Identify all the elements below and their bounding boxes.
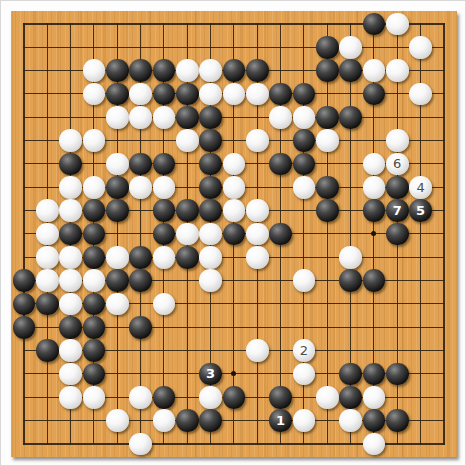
intersection[interactable] xyxy=(292,12,315,35)
black-stone[interactable] xyxy=(106,59,129,82)
intersection[interactable] xyxy=(152,316,175,339)
intersection[interactable] xyxy=(152,386,175,409)
intersection[interactable] xyxy=(222,199,245,222)
intersection[interactable] xyxy=(82,316,105,339)
intersection[interactable] xyxy=(129,129,152,152)
intersection[interactable] xyxy=(316,36,339,59)
intersection[interactable] xyxy=(222,82,245,105)
intersection[interactable] xyxy=(432,199,455,222)
intersection[interactable] xyxy=(106,222,129,245)
black-stone[interactable] xyxy=(153,386,176,409)
white-stone[interactable] xyxy=(199,83,222,106)
black-stone[interactable] xyxy=(129,246,152,269)
intersection[interactable] xyxy=(176,269,199,292)
black-stone[interactable] xyxy=(363,269,386,292)
intersection[interactable] xyxy=(199,199,222,222)
white-stone[interactable] xyxy=(199,246,222,269)
intersection[interactable] xyxy=(176,152,199,175)
intersection[interactable] xyxy=(82,246,105,269)
white-stone[interactable] xyxy=(293,176,316,199)
black-stone[interactable] xyxy=(106,199,129,222)
white-stone[interactable] xyxy=(246,83,269,106)
black-stone[interactable] xyxy=(83,293,106,316)
white-stone[interactable] xyxy=(293,106,316,129)
intersection[interactable] xyxy=(246,386,269,409)
intersection[interactable] xyxy=(246,199,269,222)
white-stone[interactable] xyxy=(106,153,129,176)
intersection[interactable] xyxy=(362,386,385,409)
black-stone[interactable] xyxy=(339,363,362,386)
white-stone[interactable] xyxy=(316,129,339,152)
intersection[interactable] xyxy=(59,409,82,432)
intersection[interactable] xyxy=(176,82,199,105)
black-stone[interactable] xyxy=(153,199,176,222)
black-stone[interactable] xyxy=(363,199,386,222)
white-stone[interactable] xyxy=(199,59,222,82)
white-stone[interactable] xyxy=(176,129,199,152)
intersection[interactable] xyxy=(339,36,362,59)
white-stone[interactable] xyxy=(246,339,269,362)
intersection[interactable] xyxy=(36,292,59,315)
intersection[interactable] xyxy=(82,106,105,129)
intersection[interactable] xyxy=(59,106,82,129)
intersection[interactable] xyxy=(269,269,292,292)
white-stone[interactable] xyxy=(339,246,362,269)
intersection[interactable] xyxy=(316,199,339,222)
intersection[interactable] xyxy=(316,82,339,105)
intersection[interactable] xyxy=(339,222,362,245)
intersection[interactable] xyxy=(82,59,105,82)
intersection[interactable] xyxy=(316,59,339,82)
intersection[interactable] xyxy=(432,129,455,152)
intersection[interactable] xyxy=(199,222,222,245)
intersection[interactable] xyxy=(106,316,129,339)
white-stone[interactable] xyxy=(129,83,152,106)
intersection[interactable] xyxy=(432,362,455,385)
intersection[interactable] xyxy=(36,432,59,455)
intersection[interactable] xyxy=(176,339,199,362)
intersection[interactable] xyxy=(36,246,59,269)
intersection[interactable] xyxy=(36,362,59,385)
intersection[interactable] xyxy=(199,432,222,455)
white-stone[interactable] xyxy=(409,83,432,106)
intersection[interactable] xyxy=(129,269,152,292)
intersection[interactable] xyxy=(269,316,292,339)
intersection[interactable] xyxy=(432,222,455,245)
intersection[interactable] xyxy=(269,222,292,245)
intersection[interactable] xyxy=(106,339,129,362)
intersection[interactable] xyxy=(409,269,432,292)
intersection[interactable] xyxy=(362,292,385,315)
intersection[interactable] xyxy=(36,176,59,199)
intersection[interactable] xyxy=(432,152,455,175)
white-stone[interactable] xyxy=(223,176,246,199)
intersection[interactable] xyxy=(12,106,35,129)
intersection[interactable] xyxy=(432,246,455,269)
intersection[interactable] xyxy=(292,362,315,385)
intersection[interactable] xyxy=(199,106,222,129)
intersection[interactable] xyxy=(152,292,175,315)
black-stone[interactable] xyxy=(293,83,316,106)
intersection[interactable] xyxy=(106,59,129,82)
intersection[interactable] xyxy=(36,152,59,175)
intersection[interactable] xyxy=(59,386,82,409)
intersection[interactable] xyxy=(409,129,432,152)
intersection[interactable] xyxy=(292,222,315,245)
white-stone[interactable] xyxy=(59,386,82,409)
intersection[interactable]: 4 xyxy=(409,176,432,199)
black-stone[interactable] xyxy=(153,223,176,246)
intersection[interactable] xyxy=(339,409,362,432)
intersection[interactable] xyxy=(222,292,245,315)
intersection[interactable] xyxy=(269,82,292,105)
intersection[interactable] xyxy=(152,152,175,175)
intersection[interactable] xyxy=(362,269,385,292)
black-stone[interactable] xyxy=(36,293,59,316)
intersection[interactable] xyxy=(106,152,129,175)
intersection[interactable] xyxy=(386,362,409,385)
intersection[interactable] xyxy=(246,82,269,105)
intersection[interactable] xyxy=(176,129,199,152)
intersection[interactable] xyxy=(362,199,385,222)
intersection[interactable] xyxy=(106,129,129,152)
intersection[interactable] xyxy=(36,222,59,245)
intersection[interactable] xyxy=(152,432,175,455)
intersection[interactable] xyxy=(129,246,152,269)
intersection[interactable] xyxy=(409,106,432,129)
intersection[interactable]: 7 xyxy=(386,199,409,222)
intersection[interactable] xyxy=(36,36,59,59)
intersection[interactable]: 6 xyxy=(386,152,409,175)
intersection[interactable] xyxy=(269,176,292,199)
intersection[interactable] xyxy=(222,409,245,432)
white-stone[interactable] xyxy=(129,433,152,456)
white-stone[interactable] xyxy=(106,293,129,316)
intersection[interactable] xyxy=(432,386,455,409)
white-stone[interactable] xyxy=(83,269,106,292)
intersection[interactable] xyxy=(386,316,409,339)
intersection[interactable] xyxy=(36,82,59,105)
intersection[interactable] xyxy=(176,199,199,222)
intersection[interactable] xyxy=(339,152,362,175)
intersection[interactable] xyxy=(36,12,59,35)
intersection[interactable] xyxy=(12,222,35,245)
black-stone[interactable] xyxy=(199,199,222,222)
intersection[interactable] xyxy=(246,152,269,175)
intersection[interactable] xyxy=(316,129,339,152)
black-stone[interactable] xyxy=(199,176,222,199)
white-stone[interactable] xyxy=(106,409,129,432)
intersection[interactable] xyxy=(316,222,339,245)
black-stone[interactable] xyxy=(339,59,362,82)
intersection[interactable] xyxy=(316,316,339,339)
intersection[interactable] xyxy=(106,432,129,455)
white-stone[interactable] xyxy=(199,223,222,246)
intersection[interactable] xyxy=(152,246,175,269)
black-stone[interactable] xyxy=(83,316,106,339)
intersection[interactable]: 5 xyxy=(409,199,432,222)
black-stone[interactable] xyxy=(363,83,386,106)
intersection[interactable] xyxy=(316,292,339,315)
intersection[interactable] xyxy=(222,316,245,339)
intersection[interactable] xyxy=(292,36,315,59)
black-stone[interactable] xyxy=(199,129,222,152)
intersection[interactable] xyxy=(339,12,362,35)
black-stone[interactable] xyxy=(153,83,176,106)
black-stone[interactable] xyxy=(269,83,292,106)
intersection[interactable] xyxy=(199,59,222,82)
intersection[interactable] xyxy=(316,246,339,269)
intersection[interactable] xyxy=(386,222,409,245)
black-stone[interactable]: 7 xyxy=(386,199,409,222)
intersection[interactable] xyxy=(152,176,175,199)
black-stone[interactable]: 5 xyxy=(409,199,432,222)
intersection[interactable] xyxy=(362,409,385,432)
intersection[interactable] xyxy=(82,292,105,315)
intersection[interactable] xyxy=(292,152,315,175)
white-stone[interactable] xyxy=(246,246,269,269)
intersection[interactable] xyxy=(432,339,455,362)
intersection[interactable] xyxy=(82,409,105,432)
intersection[interactable] xyxy=(199,246,222,269)
intersection[interactable] xyxy=(292,432,315,455)
intersection[interactable] xyxy=(432,82,455,105)
intersection[interactable] xyxy=(59,362,82,385)
white-stone[interactable] xyxy=(59,363,82,386)
black-stone[interactable] xyxy=(293,153,316,176)
intersection[interactable] xyxy=(292,199,315,222)
intersection[interactable] xyxy=(362,246,385,269)
intersection[interactable] xyxy=(339,316,362,339)
intersection[interactable] xyxy=(386,292,409,315)
intersection[interactable] xyxy=(199,409,222,432)
black-stone[interactable] xyxy=(223,59,246,82)
black-stone[interactable] xyxy=(269,386,292,409)
intersection[interactable] xyxy=(339,432,362,455)
intersection[interactable] xyxy=(176,362,199,385)
intersection[interactable] xyxy=(409,222,432,245)
white-stone[interactable] xyxy=(176,59,199,82)
intersection[interactable] xyxy=(59,12,82,35)
intersection[interactable] xyxy=(59,292,82,315)
black-stone[interactable] xyxy=(153,153,176,176)
white-stone[interactable] xyxy=(129,386,152,409)
intersection[interactable] xyxy=(222,152,245,175)
intersection[interactable] xyxy=(386,129,409,152)
intersection[interactable] xyxy=(82,199,105,222)
intersection[interactable] xyxy=(292,129,315,152)
intersection[interactable] xyxy=(106,292,129,315)
intersection[interactable] xyxy=(152,339,175,362)
intersection[interactable] xyxy=(432,36,455,59)
intersection[interactable] xyxy=(432,432,455,455)
intersection[interactable] xyxy=(316,176,339,199)
intersection[interactable] xyxy=(386,432,409,455)
intersection[interactable] xyxy=(339,106,362,129)
intersection[interactable] xyxy=(176,386,199,409)
intersection[interactable] xyxy=(129,222,152,245)
intersection[interactable] xyxy=(316,409,339,432)
intersection[interactable] xyxy=(106,176,129,199)
intersection[interactable] xyxy=(269,12,292,35)
intersection[interactable] xyxy=(362,432,385,455)
intersection[interactable] xyxy=(339,246,362,269)
intersection[interactable] xyxy=(386,106,409,129)
intersection[interactable] xyxy=(59,222,82,245)
intersection[interactable] xyxy=(269,106,292,129)
intersection[interactable] xyxy=(12,362,35,385)
intersection[interactable] xyxy=(316,12,339,35)
intersection[interactable] xyxy=(176,59,199,82)
white-stone[interactable] xyxy=(339,409,362,432)
intersection[interactable] xyxy=(246,36,269,59)
intersection[interactable] xyxy=(292,82,315,105)
white-stone[interactable] xyxy=(59,339,82,362)
intersection[interactable] xyxy=(129,59,152,82)
black-stone[interactable] xyxy=(59,316,82,339)
intersection[interactable] xyxy=(12,292,35,315)
white-stone[interactable] xyxy=(246,199,269,222)
intersection[interactable] xyxy=(129,362,152,385)
intersection[interactable] xyxy=(176,292,199,315)
intersection[interactable] xyxy=(129,36,152,59)
intersection[interactable] xyxy=(12,339,35,362)
intersection[interactable] xyxy=(106,199,129,222)
black-stone[interactable] xyxy=(339,269,362,292)
white-stone[interactable]: 2 xyxy=(293,339,316,362)
intersection[interactable] xyxy=(386,409,409,432)
white-stone[interactable] xyxy=(223,153,246,176)
intersection[interactable] xyxy=(59,176,82,199)
intersection[interactable] xyxy=(409,292,432,315)
intersection[interactable] xyxy=(386,176,409,199)
intersection[interactable] xyxy=(316,152,339,175)
white-stone[interactable] xyxy=(36,223,59,246)
intersection[interactable] xyxy=(222,432,245,455)
intersection[interactable] xyxy=(409,59,432,82)
white-stone[interactable] xyxy=(363,386,386,409)
white-stone[interactable] xyxy=(59,129,82,152)
intersection[interactable] xyxy=(409,82,432,105)
intersection[interactable] xyxy=(386,59,409,82)
intersection[interactable] xyxy=(176,176,199,199)
intersection[interactable] xyxy=(409,152,432,175)
black-stone[interactable] xyxy=(106,269,129,292)
intersection[interactable] xyxy=(409,12,432,35)
black-stone[interactable] xyxy=(199,153,222,176)
black-stone[interactable] xyxy=(316,199,339,222)
intersection[interactable] xyxy=(176,106,199,129)
white-stone[interactable] xyxy=(83,59,106,82)
intersection[interactable] xyxy=(12,432,35,455)
black-stone[interactable] xyxy=(13,269,36,292)
intersection[interactable] xyxy=(152,59,175,82)
intersection[interactable] xyxy=(292,292,315,315)
intersection[interactable] xyxy=(129,176,152,199)
white-stone[interactable] xyxy=(293,409,316,432)
black-stone[interactable] xyxy=(199,409,222,432)
intersection[interactable] xyxy=(409,316,432,339)
intersection[interactable] xyxy=(36,386,59,409)
intersection[interactable] xyxy=(432,12,455,35)
white-stone[interactable] xyxy=(293,363,316,386)
black-stone[interactable] xyxy=(386,176,409,199)
white-stone[interactable] xyxy=(153,106,176,129)
intersection[interactable] xyxy=(36,269,59,292)
intersection[interactable] xyxy=(362,59,385,82)
intersection[interactable] xyxy=(106,362,129,385)
intersection[interactable] xyxy=(409,432,432,455)
white-stone[interactable] xyxy=(36,246,59,269)
intersection[interactable] xyxy=(246,129,269,152)
intersection[interactable] xyxy=(316,432,339,455)
black-stone[interactable] xyxy=(83,223,106,246)
intersection[interactable] xyxy=(246,269,269,292)
intersection[interactable] xyxy=(199,386,222,409)
intersection[interactable] xyxy=(316,269,339,292)
black-stone[interactable] xyxy=(339,106,362,129)
black-stone[interactable] xyxy=(339,386,362,409)
white-stone[interactable] xyxy=(129,106,152,129)
black-stone[interactable] xyxy=(223,386,246,409)
black-stone[interactable] xyxy=(316,36,339,59)
black-stone[interactable] xyxy=(36,339,59,362)
intersection[interactable] xyxy=(176,36,199,59)
intersection[interactable] xyxy=(199,176,222,199)
intersection[interactable] xyxy=(36,339,59,362)
intersection[interactable] xyxy=(432,292,455,315)
white-stone[interactable] xyxy=(246,223,269,246)
black-stone[interactable] xyxy=(316,106,339,129)
intersection[interactable] xyxy=(152,12,175,35)
white-stone[interactable] xyxy=(153,176,176,199)
intersection[interactable] xyxy=(199,36,222,59)
intersection[interactable] xyxy=(129,82,152,105)
intersection[interactable] xyxy=(106,246,129,269)
intersection[interactable] xyxy=(12,176,35,199)
intersection[interactable] xyxy=(269,432,292,455)
intersection[interactable] xyxy=(129,106,152,129)
intersection[interactable] xyxy=(59,246,82,269)
white-stone[interactable] xyxy=(106,106,129,129)
white-stone[interactable] xyxy=(199,386,222,409)
intersection[interactable] xyxy=(386,12,409,35)
white-stone[interactable] xyxy=(223,83,246,106)
intersection[interactable] xyxy=(12,36,35,59)
intersection[interactable] xyxy=(176,222,199,245)
intersection[interactable] xyxy=(246,339,269,362)
intersection[interactable] xyxy=(199,152,222,175)
intersection[interactable] xyxy=(386,339,409,362)
white-stone[interactable] xyxy=(83,129,106,152)
black-stone[interactable] xyxy=(293,129,316,152)
intersection[interactable] xyxy=(269,292,292,315)
intersection[interactable] xyxy=(199,292,222,315)
intersection[interactable] xyxy=(222,106,245,129)
white-stone[interactable] xyxy=(59,269,82,292)
intersection[interactable] xyxy=(316,386,339,409)
intersection[interactable] xyxy=(106,82,129,105)
intersection[interactable] xyxy=(152,129,175,152)
intersection[interactable] xyxy=(362,106,385,129)
intersection[interactable] xyxy=(82,12,105,35)
intersection[interactable] xyxy=(129,152,152,175)
intersection[interactable] xyxy=(129,316,152,339)
intersection[interactable] xyxy=(362,316,385,339)
intersection[interactable] xyxy=(269,59,292,82)
intersection[interactable] xyxy=(82,339,105,362)
white-stone[interactable] xyxy=(36,269,59,292)
